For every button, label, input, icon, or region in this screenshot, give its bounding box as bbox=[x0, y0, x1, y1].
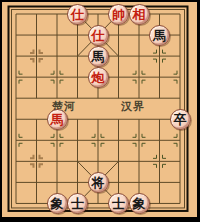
piece-black-king[interactable]: 将 bbox=[88, 172, 109, 193]
xiangqi-app-window: 楚河 汉界 仕帥相仕馬馬炮馬卒将象士士象 bbox=[0, 0, 200, 222]
piece-red-cannon[interactable]: 炮 bbox=[88, 67, 109, 88]
piece-black-pawn[interactable]: 卒 bbox=[170, 109, 191, 130]
piece-red-king[interactable]: 帥 bbox=[108, 4, 129, 25]
piece-black-elephant[interactable]: 象 bbox=[47, 193, 68, 214]
river-label-han-jie: 汉界 bbox=[121, 99, 145, 114]
piece-red-elephant[interactable]: 相 bbox=[129, 4, 150, 25]
piece-black-elephant[interactable]: 象 bbox=[129, 193, 150, 214]
xiangqi-board: 楚河 汉界 仕帥相仕馬馬炮馬卒将象士士象 bbox=[0, 0, 200, 222]
piece-black-horse[interactable]: 馬 bbox=[149, 25, 170, 46]
piece-red-advisor[interactable]: 仕 bbox=[88, 25, 109, 46]
piece-black-advisor[interactable]: 士 bbox=[108, 193, 129, 214]
piece-black-horse[interactable]: 馬 bbox=[88, 46, 109, 67]
piece-red-horse[interactable]: 馬 bbox=[47, 109, 68, 130]
piece-black-advisor[interactable]: 士 bbox=[67, 193, 88, 214]
piece-red-advisor[interactable]: 仕 bbox=[67, 4, 88, 25]
